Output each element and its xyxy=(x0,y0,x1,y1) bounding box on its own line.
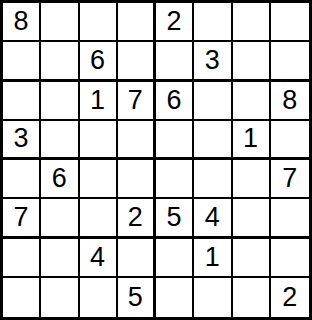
sudoku-cell-r8c4[interactable]: 5 xyxy=(118,278,156,317)
sudoku-cell-r1c1[interactable]: 8 xyxy=(3,3,41,42)
sudoku-cell-r3c1[interactable] xyxy=(3,82,41,121)
sudoku-cell-r5c7[interactable] xyxy=(233,160,271,199)
sudoku-cell-r2c3[interactable]: 6 xyxy=(80,42,118,81)
sudoku-cell-r2c6[interactable]: 3 xyxy=(194,42,232,81)
sudoku-cell-r7c5[interactable] xyxy=(156,239,194,278)
sudoku-cell-r4c3[interactable] xyxy=(80,121,118,160)
sudoku-cell-r8c7[interactable] xyxy=(233,278,271,317)
sudoku-cell-r2c5[interactable] xyxy=(156,42,194,81)
sudoku-cell-r3c8[interactable]: 8 xyxy=(271,82,309,121)
sudoku-cell-r6c7[interactable] xyxy=(233,199,271,238)
sudoku-cell-r6c3[interactable] xyxy=(80,199,118,238)
sudoku-cell-r3c5[interactable]: 6 xyxy=(156,82,194,121)
sudoku-cell-r3c6[interactable] xyxy=(194,82,232,121)
sudoku-cell-r1c5[interactable]: 2 xyxy=(156,3,194,42)
sudoku-cell-r4c8[interactable] xyxy=(271,121,309,160)
sudoku-cell-r4c2[interactable] xyxy=(41,121,79,160)
sudoku-board: 82631768316772544152 xyxy=(0,0,312,320)
sudoku-cell-r1c6[interactable] xyxy=(194,3,232,42)
sudoku-cell-r7c1[interactable] xyxy=(3,239,41,278)
sudoku-cell-r5c6[interactable] xyxy=(194,160,232,199)
sudoku-cell-r4c1[interactable]: 3 xyxy=(3,121,41,160)
sudoku-cell-r5c4[interactable] xyxy=(118,160,156,199)
sudoku-cell-r1c3[interactable] xyxy=(80,3,118,42)
sudoku-cell-r1c4[interactable] xyxy=(118,3,156,42)
sudoku-cell-r1c7[interactable] xyxy=(233,3,271,42)
sudoku-cell-r7c8[interactable] xyxy=(271,239,309,278)
sudoku-cell-r6c5[interactable]: 5 xyxy=(156,199,194,238)
sudoku-cell-r7c3[interactable]: 4 xyxy=(80,239,118,278)
sudoku-cell-r6c1[interactable]: 7 xyxy=(3,199,41,238)
sudoku-cell-r3c4[interactable]: 7 xyxy=(118,82,156,121)
sudoku-cell-r5c2[interactable]: 6 xyxy=(41,160,79,199)
sudoku-cell-r1c2[interactable] xyxy=(41,3,79,42)
sudoku-cell-r8c1[interactable] xyxy=(3,278,41,317)
sudoku-cell-r2c1[interactable] xyxy=(3,42,41,81)
sudoku-cell-r3c7[interactable] xyxy=(233,82,271,121)
sudoku-cell-r6c8[interactable] xyxy=(271,199,309,238)
sudoku-cell-r4c4[interactable] xyxy=(118,121,156,160)
sudoku-cell-r8c6[interactable] xyxy=(194,278,232,317)
sudoku-cell-r8c5[interactable] xyxy=(156,278,194,317)
sudoku-cell-r8c3[interactable] xyxy=(80,278,118,317)
sudoku-cell-r7c2[interactable] xyxy=(41,239,79,278)
sudoku-cell-r2c4[interactable] xyxy=(118,42,156,81)
sudoku-cell-r7c6[interactable]: 1 xyxy=(194,239,232,278)
sudoku-cell-r8c8[interactable]: 2 xyxy=(271,278,309,317)
sudoku-cell-r7c4[interactable] xyxy=(118,239,156,278)
sudoku-cell-r4c5[interactable] xyxy=(156,121,194,160)
sudoku-cell-r5c5[interactable] xyxy=(156,160,194,199)
sudoku-cell-r4c7[interactable]: 1 xyxy=(233,121,271,160)
sudoku-cell-r6c2[interactable] xyxy=(41,199,79,238)
sudoku-cell-r2c8[interactable] xyxy=(271,42,309,81)
sudoku-cell-r5c8[interactable]: 7 xyxy=(271,160,309,199)
sudoku-cell-r6c4[interactable]: 2 xyxy=(118,199,156,238)
sudoku-cell-r3c3[interactable]: 1 xyxy=(80,82,118,121)
sudoku-cell-r3c2[interactable] xyxy=(41,82,79,121)
sudoku-cell-r4c6[interactable] xyxy=(194,121,232,160)
sudoku-cell-r7c7[interactable] xyxy=(233,239,271,278)
sudoku-cell-r2c7[interactable] xyxy=(233,42,271,81)
sudoku-cell-r5c1[interactable] xyxy=(3,160,41,199)
sudoku-cell-r5c3[interactable] xyxy=(80,160,118,199)
sudoku-cell-r1c8[interactable] xyxy=(271,3,309,42)
sudoku-cell-r6c6[interactable]: 4 xyxy=(194,199,232,238)
sudoku-cell-r2c2[interactable] xyxy=(41,42,79,81)
sudoku-cell-r8c2[interactable] xyxy=(41,278,79,317)
